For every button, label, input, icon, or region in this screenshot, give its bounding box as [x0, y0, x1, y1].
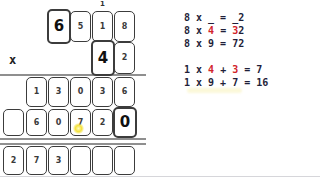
digit-card[interactable]: 0 [48, 109, 69, 136]
digit-card[interactable]: 3 [92, 77, 113, 107]
equation-text: 1 x 9 + 7 = 16 [184, 77, 268, 88]
digit-card[interactable]: 6 [47, 9, 71, 44]
card-digit: 3 [56, 157, 62, 165]
card-digit: 5 [78, 23, 84, 31]
digit-card[interactable]: 2 [92, 109, 113, 136]
digit-card[interactable]: 3 [48, 146, 69, 175]
math-app-canvas: 6518421303660720273 x 1 8 x _ = _28 x 4 … [0, 0, 320, 180]
sum-rule-line-top [0, 138, 146, 140]
digit-card[interactable]: 6 [114, 77, 135, 107]
digit-card[interactable]: 3 [48, 77, 69, 107]
card-digit: 6 [34, 119, 40, 127]
digit-card[interactable]: 2 [3, 146, 24, 175]
equation-text: 1 x [184, 64, 208, 75]
empty-card[interactable] [114, 146, 135, 175]
digit-card[interactable]: 4 [91, 40, 115, 76]
equation-text: 8 x 9 = 72 [184, 38, 244, 49]
digit-card[interactable]: 6 [26, 109, 47, 136]
equation-line: 1 x 4 + 3 = 7 [184, 63, 262, 76]
highlighted-digit: 3 [232, 64, 238, 75]
highlighted-digit: 4 [208, 64, 214, 75]
card-digit: 4 [98, 51, 108, 66]
equation-text: + [214, 64, 232, 75]
digit-card[interactable]: 0 [113, 107, 137, 138]
card-digit: 7 [34, 157, 40, 165]
card-digit: 3 [100, 88, 106, 96]
click-sparkle-icon [73, 123, 84, 134]
card-digit: 6 [54, 19, 64, 34]
bottom-divider-line [0, 176, 320, 177]
digit-card[interactable]: 7 [26, 146, 47, 175]
card-digit: 6 [122, 88, 128, 96]
sum-rule-line-bottom [0, 143, 146, 145]
card-digit: 2 [100, 119, 106, 127]
card-digit: 1 [100, 23, 106, 31]
digit-card[interactable]: 1 [92, 11, 113, 42]
digit-card[interactable]: 0 [70, 77, 91, 107]
digit-card[interactable]: 8 [114, 11, 135, 42]
equation-text: = 7 [238, 64, 262, 75]
card-digit: 2 [122, 54, 128, 62]
equation-text: 2 [238, 25, 244, 36]
card-digit: 0 [120, 115, 130, 130]
equation-text: = [214, 25, 232, 36]
card-digit: 8 [122, 23, 128, 31]
highlighter-smudge [187, 88, 242, 93]
digit-card[interactable]: 5 [70, 11, 91, 42]
card-digit: 0 [56, 119, 62, 127]
empty-card[interactable] [70, 146, 91, 175]
empty-card[interactable] [3, 109, 24, 136]
card-digit: 2 [11, 157, 17, 165]
digit-card[interactable]: 2 [114, 42, 135, 74]
highlighted-digit: 3 [232, 25, 238, 36]
highlighted-digit: 4 [208, 25, 214, 36]
multiplication-rule-line [0, 74, 146, 76]
equation-text: 8 x [184, 25, 208, 36]
carry-digit: 1 [100, 1, 105, 8]
empty-card[interactable] [92, 146, 113, 175]
card-digit: 1 [34, 88, 40, 96]
card-digit: 0 [78, 88, 84, 96]
card-digit: 3 [56, 88, 62, 96]
equation-text: 8 x _ = _2 [184, 12, 244, 23]
equation-line: 8 x 9 = 72 [184, 37, 244, 50]
multiply-operator: x [9, 54, 16, 66]
equation-line: 8 x 4 = 32 [184, 24, 244, 37]
digit-card[interactable]: 1 [26, 77, 47, 107]
equation-line: 8 x _ = _2 [184, 11, 244, 24]
